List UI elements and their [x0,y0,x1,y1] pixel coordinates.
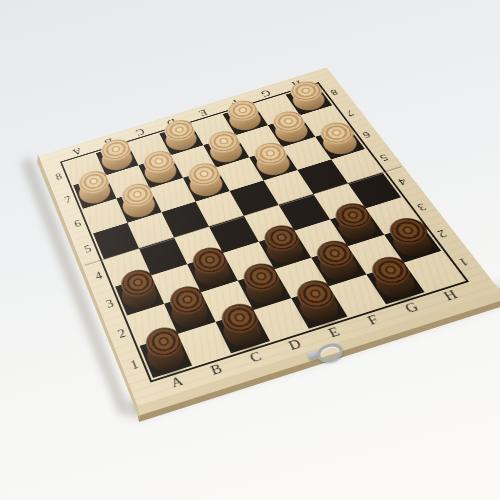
checkers-board: ABCDEFGH ABCDEFGH 87654321 87654321 ⛀⛀⛀⛀… [40,68,500,406]
scene: ABCDEFGH ABCDEFGH 87654321 87654321 ⛀⛀⛀⛀… [0,0,500,500]
